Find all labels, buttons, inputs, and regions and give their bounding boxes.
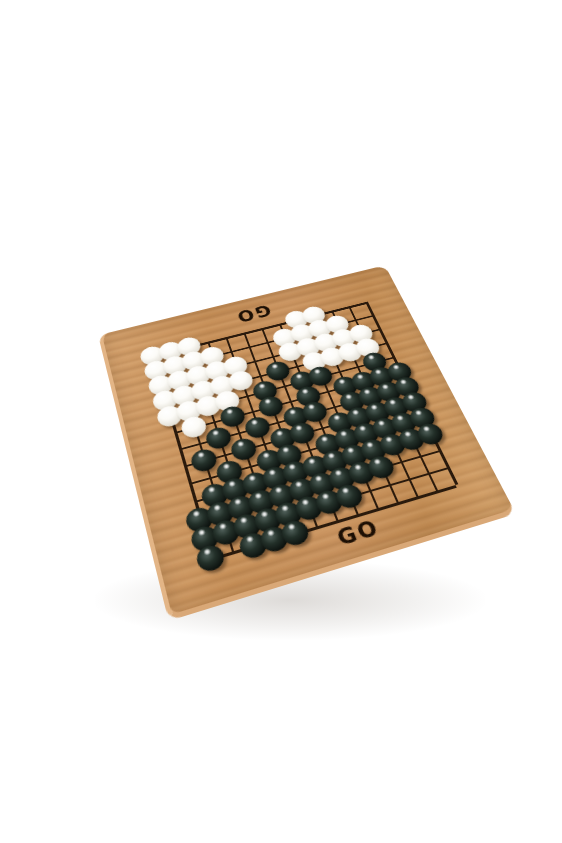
go-stone-black — [243, 415, 273, 441]
go-stone-black — [204, 425, 234, 451]
go-stone-black — [263, 359, 292, 382]
go-stone-black — [229, 436, 259, 463]
product-photo-scene: GO GO — [0, 0, 562, 843]
go-stone-black — [189, 447, 219, 474]
